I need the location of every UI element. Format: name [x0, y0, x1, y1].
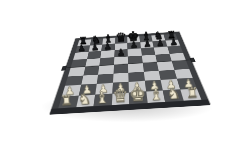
hinge-clasp-left-icon	[61, 66, 67, 71]
square-b3	[81, 74, 98, 84]
piece-white-rook: ♜	[57, 94, 76, 109]
piece-black-bishop: ♝	[102, 33, 115, 45]
piece-black-king: ♚	[127, 29, 140, 43]
square-d4	[113, 64, 128, 73]
square-e2: ♟	[129, 81, 146, 92]
piece-white-rook: ♜	[182, 86, 201, 101]
piece-white-pawn: ♟	[78, 83, 95, 95]
chess-board: ♜♞♝♛♚♝♞♜♟♟♟♟♟♟♟♟♟♟♟♟♟♟♟♟♜♞♝♛♚♝♞♜	[50, 32, 210, 114]
square-e5	[128, 55, 143, 64]
piece-white-pawn: ♟	[179, 77, 197, 89]
square-c5	[99, 57, 114, 66]
square-g3	[159, 70, 177, 80]
square-d2: ♟	[112, 82, 129, 94]
piece-black-queen: ♛	[114, 31, 127, 44]
square-b5	[85, 58, 100, 67]
square-a1: ♜	[58, 95, 78, 108]
piece-white-pawn: ♟	[128, 80, 146, 92]
square-b4	[83, 66, 99, 76]
product-photo: ♜♞♝♛♚♝♞♜♟♟♟♟♟♟♟♟♟♟♟♟♟♟♟♟♜♞♝♛♚♝♞♜	[0, 0, 240, 150]
piece-white-pawn: ♟	[111, 81, 129, 93]
hinge-clasp-right-icon	[190, 58, 196, 63]
square-g5	[155, 54, 171, 63]
square-a2: ♟	[62, 85, 81, 97]
square-h5	[169, 53, 186, 61]
board-grid: ♜♞♝♛♚♝♞♜♟♟♟♟♟♟♟♟♟♟♟♟♟♟♟♟♜♞♝♛♚♝♞♜	[58, 34, 201, 109]
square-e4	[128, 63, 143, 72]
